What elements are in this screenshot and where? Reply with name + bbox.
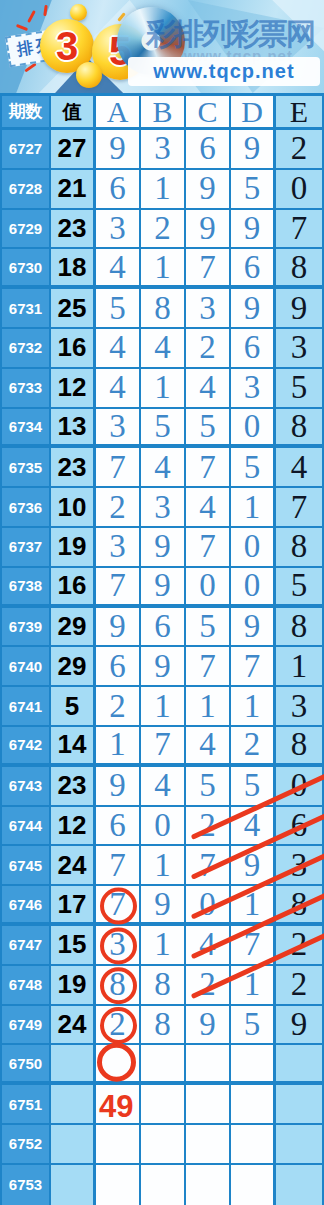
value-cell: 27 bbox=[51, 130, 96, 168]
digit-cell-e: 2 bbox=[276, 966, 322, 1004]
digit-cell-c: 7 bbox=[186, 448, 231, 486]
digit-cell-d: 7 bbox=[231, 647, 276, 685]
digit-cell-b bbox=[141, 1045, 186, 1081]
digit-cell-c: 2 bbox=[186, 966, 231, 1004]
period-cell: 6740 bbox=[2, 647, 51, 685]
digit-cell-d: 9 bbox=[231, 210, 276, 248]
digit-cell-a: 3 bbox=[96, 528, 141, 566]
digit-cell-d bbox=[231, 1165, 276, 1205]
digit-cell-c bbox=[186, 1085, 231, 1123]
trend-table: 期数值ABCDE67272793692672821619506729233299… bbox=[0, 93, 324, 1205]
table-row: 6741521113 bbox=[2, 687, 322, 727]
period-cell: 6752 bbox=[2, 1125, 51, 1163]
col-header-c: C bbox=[186, 96, 231, 127]
period-cell: 6738 bbox=[2, 568, 51, 604]
digit-cell-c: 2 bbox=[186, 807, 231, 845]
digit-cell-e bbox=[276, 1045, 322, 1081]
digit-cell-c: 9 bbox=[186, 1006, 231, 1044]
digit-cell-a bbox=[96, 1125, 141, 1163]
digit-cell-b: 4 bbox=[141, 767, 186, 805]
lottery-ball-icon bbox=[76, 62, 102, 88]
digit-cell-b: 1 bbox=[141, 249, 186, 285]
digit-cell-a: 7 bbox=[96, 568, 141, 604]
digit-cell-d: 4 bbox=[231, 807, 276, 845]
period-cell: 6751 bbox=[2, 1085, 51, 1123]
period-cell: 6753 bbox=[2, 1165, 51, 1205]
digit-cell-c: 4 bbox=[186, 727, 231, 763]
table-row: 67312558399 bbox=[2, 289, 322, 329]
digit-cell-a: 2 bbox=[96, 687, 141, 725]
digit-cell-c bbox=[186, 1165, 231, 1205]
digit-cell-b: 3 bbox=[141, 130, 186, 168]
period-cell: 6734 bbox=[2, 409, 51, 445]
digit-cell-e: 3 bbox=[276, 846, 322, 884]
digit-cell-e: 7 bbox=[276, 210, 322, 248]
digit-cell-d: 1 bbox=[231, 966, 276, 1004]
digit-cell-b: 3 bbox=[141, 488, 186, 526]
digit-cell-b: 4 bbox=[141, 448, 186, 486]
digit-cell-c: 3 bbox=[186, 289, 231, 327]
period-cell: 6728 bbox=[2, 170, 51, 208]
value-cell: 18 bbox=[51, 249, 96, 285]
digit-cell-d: 7 bbox=[231, 926, 276, 964]
digit-cell-d: 5 bbox=[231, 170, 276, 208]
digit-cell-a bbox=[96, 1085, 141, 1123]
digit-cell-a bbox=[96, 1165, 141, 1205]
period-cell: 6744 bbox=[2, 807, 51, 845]
table-row: 67381679005 bbox=[2, 568, 322, 608]
digit-cell-d: 5 bbox=[231, 767, 276, 805]
period-cell: 6743 bbox=[2, 767, 51, 805]
value-cell bbox=[51, 1045, 96, 1081]
digit-cell-e: 8 bbox=[276, 608, 322, 646]
table-row: 67461779018 bbox=[2, 886, 322, 926]
digit-cell-e: 0 bbox=[276, 767, 322, 805]
digit-cell-b: 8 bbox=[141, 966, 186, 1004]
digit-cell-d: 6 bbox=[231, 249, 276, 285]
table-row: 67432394550 bbox=[2, 767, 322, 807]
period-cell: 6747 bbox=[2, 926, 51, 964]
period-cell: 6730 bbox=[2, 249, 51, 285]
digit-cell-c: 5 bbox=[186, 767, 231, 805]
table-row: 6750 bbox=[2, 1045, 322, 1085]
digit-cell-e: 3 bbox=[276, 329, 322, 367]
period-cell: 6750 bbox=[2, 1045, 51, 1081]
digit-cell-e: 9 bbox=[276, 289, 322, 327]
value-cell bbox=[51, 1165, 96, 1205]
digit-cell-e bbox=[276, 1085, 322, 1123]
digit-cell-a: 7 bbox=[96, 886, 141, 922]
digit-cell-c: 5 bbox=[186, 608, 231, 646]
table-row: 67481988212 bbox=[2, 966, 322, 1006]
site-url-text: www.tqcp.net bbox=[153, 60, 294, 83]
digit-cell-d bbox=[231, 1125, 276, 1163]
digit-cell-d: 9 bbox=[231, 608, 276, 646]
digit-cell-e: 8 bbox=[276, 249, 322, 285]
value-cell: 13 bbox=[51, 409, 96, 445]
value-cell: 5 bbox=[51, 687, 96, 725]
digit-cell-e: 2 bbox=[276, 926, 322, 964]
digit-cell-d bbox=[231, 1045, 276, 1081]
lottery-trend-chart: 排列 3 5 彩排列彩票网 www.tqcp.net www.tqcp.net … bbox=[0, 0, 324, 1205]
table-row: 67371939708 bbox=[2, 528, 322, 568]
table-row: 67402969771 bbox=[2, 647, 322, 687]
digit-cell-e: 4 bbox=[276, 448, 322, 486]
table-row: 67341335508 bbox=[2, 409, 322, 449]
col-header-period: 期数 bbox=[2, 96, 51, 127]
digit-cell-c: 7 bbox=[186, 249, 231, 285]
value-cell: 29 bbox=[51, 608, 96, 646]
digit-cell-c: 9 bbox=[186, 170, 231, 208]
col-header-e: E bbox=[276, 96, 322, 127]
digit-cell-a: 3 bbox=[96, 926, 141, 964]
digit-cell-d: 1 bbox=[231, 488, 276, 526]
digit-cell-d: 6 bbox=[231, 329, 276, 367]
digit-cell-b: 1 bbox=[141, 369, 186, 407]
period-cell: 6731 bbox=[2, 289, 51, 327]
digit-cell-e: 6 bbox=[276, 807, 322, 845]
digit-cell-c: 7 bbox=[186, 528, 231, 566]
digit-cell-d: 5 bbox=[231, 1006, 276, 1044]
digit-cell-e bbox=[276, 1125, 322, 1163]
digit-cell-b bbox=[141, 1085, 186, 1123]
digit-cell-d: 1 bbox=[231, 886, 276, 922]
digit-cell-c: 4 bbox=[186, 488, 231, 526]
digit-cell-b: 9 bbox=[141, 886, 186, 922]
digit-cell-a: 8 bbox=[96, 966, 141, 1004]
table-row: 6752 bbox=[2, 1125, 322, 1165]
digit-cell-e: 9 bbox=[276, 1006, 322, 1044]
digit-cell-b: 0 bbox=[141, 807, 186, 845]
value-cell: 21 bbox=[51, 170, 96, 208]
digit-cell-b bbox=[141, 1165, 186, 1205]
digit-cell-d: 5 bbox=[231, 448, 276, 486]
col-header-value: 值 bbox=[51, 96, 96, 127]
table-row: 6753 bbox=[2, 1165, 322, 1205]
digit-cell-b: 1 bbox=[141, 170, 186, 208]
col-header-b: B bbox=[141, 96, 186, 127]
table-row: 6751 bbox=[2, 1085, 322, 1125]
digit-cell-a: 6 bbox=[96, 647, 141, 685]
digit-cell-e: 8 bbox=[276, 409, 322, 445]
digit-cell-a: 1 bbox=[96, 727, 141, 763]
table-row: 67421417428 bbox=[2, 727, 322, 767]
digit-cell-a: 9 bbox=[96, 608, 141, 646]
digit-cell-e: 8 bbox=[276, 528, 322, 566]
digit-cell-a: 9 bbox=[96, 130, 141, 168]
value-cell: 24 bbox=[51, 846, 96, 884]
value-cell: 23 bbox=[51, 767, 96, 805]
digit-cell-c: 2 bbox=[186, 329, 231, 367]
table-row: 67492428959 bbox=[2, 1006, 322, 1046]
value-cell: 23 bbox=[51, 448, 96, 486]
value-cell: 17 bbox=[51, 886, 96, 922]
digit-cell-a: 2 bbox=[96, 1006, 141, 1044]
digit-cell-a: 4 bbox=[96, 329, 141, 367]
value-cell: 29 bbox=[51, 647, 96, 685]
digit-cell-e: 0 bbox=[276, 170, 322, 208]
digit-cell-d: 0 bbox=[231, 528, 276, 566]
value-cell: 23 bbox=[51, 210, 96, 248]
col-header-a: A bbox=[96, 96, 141, 127]
site-url-box: www.tqcp.net bbox=[128, 57, 320, 86]
period-cell: 6745 bbox=[2, 846, 51, 884]
digit-cell-d: 0 bbox=[231, 568, 276, 604]
period-cell: 6737 bbox=[2, 528, 51, 566]
digit-cell-c bbox=[186, 1045, 231, 1081]
digit-cell-a: 6 bbox=[96, 807, 141, 845]
table-row: 67392996598 bbox=[2, 608, 322, 648]
digit-cell-d: 1 bbox=[231, 687, 276, 725]
digit-cell-b: 1 bbox=[141, 687, 186, 725]
digit-cell-b: 7 bbox=[141, 727, 186, 763]
digit-cell-b: 9 bbox=[141, 528, 186, 566]
digit-cell-c: 6 bbox=[186, 130, 231, 168]
period-cell: 6746 bbox=[2, 886, 51, 922]
period-cell: 6729 bbox=[2, 210, 51, 248]
digit-cell-c: 7 bbox=[186, 846, 231, 884]
value-cell: 12 bbox=[51, 807, 96, 845]
table-row: 67441260246 bbox=[2, 807, 322, 847]
digit-cell-e: 2 bbox=[276, 130, 322, 168]
digit-cell-b: 9 bbox=[141, 647, 186, 685]
period-cell: 6733 bbox=[2, 369, 51, 407]
period-cell: 6736 bbox=[2, 488, 51, 526]
digit-cell-d bbox=[231, 1085, 276, 1123]
digit-cell-b: 5 bbox=[141, 409, 186, 445]
digit-cell-c bbox=[186, 1125, 231, 1163]
digit-cell-c: 4 bbox=[186, 369, 231, 407]
digit-cell-b: 2 bbox=[141, 210, 186, 248]
digit-cell-c: 4 bbox=[186, 926, 231, 964]
digit-cell-a: 9 bbox=[96, 767, 141, 805]
value-cell: 19 bbox=[51, 966, 96, 1004]
digit-cell-e: 8 bbox=[276, 886, 322, 922]
period-cell: 6727 bbox=[2, 130, 51, 168]
digit-cell-e: 5 bbox=[276, 369, 322, 407]
digit-cell-b: 1 bbox=[141, 926, 186, 964]
digit-cell-c: 5 bbox=[186, 409, 231, 445]
digit-cell-c: 7 bbox=[186, 647, 231, 685]
digit-cell-a bbox=[96, 1045, 141, 1081]
digit-cell-b: 6 bbox=[141, 608, 186, 646]
value-cell: 14 bbox=[51, 727, 96, 763]
digit-cell-a: 6 bbox=[96, 170, 141, 208]
table-row: 67452471793 bbox=[2, 846, 322, 886]
period-cell: 6742 bbox=[2, 727, 51, 763]
value-cell: 19 bbox=[51, 528, 96, 566]
digit-cell-a: 4 bbox=[96, 249, 141, 285]
digit-cell-a: 4 bbox=[96, 369, 141, 407]
digit-cell-d: 9 bbox=[231, 846, 276, 884]
value-cell: 16 bbox=[51, 329, 96, 367]
value-cell: 25 bbox=[51, 289, 96, 327]
period-cell: 6741 bbox=[2, 687, 51, 725]
digit-cell-a: 7 bbox=[96, 448, 141, 486]
digit-cell-d: 2 bbox=[231, 727, 276, 763]
digit-cell-b: 8 bbox=[141, 289, 186, 327]
table-row: 67331241435 bbox=[2, 369, 322, 409]
table-row: 67282161950 bbox=[2, 170, 322, 210]
digit-cell-e: 7 bbox=[276, 488, 322, 526]
digit-cell-a: 5 bbox=[96, 289, 141, 327]
digit-cell-c: 0 bbox=[186, 886, 231, 922]
period-cell: 6749 bbox=[2, 1006, 51, 1044]
table-row: 67272793692 bbox=[2, 130, 322, 170]
digit-cell-e: 8 bbox=[276, 727, 322, 763]
table-row: 67352374754 bbox=[2, 448, 322, 488]
digit-cell-e: 5 bbox=[276, 568, 322, 604]
table-row: 67292332997 bbox=[2, 210, 322, 250]
digit-cell-b: 9 bbox=[141, 568, 186, 604]
header-banner: 排列 3 5 彩排列彩票网 www.tqcp.net www.tqcp.net bbox=[0, 0, 324, 93]
digit-cell-a: 3 bbox=[96, 409, 141, 445]
digit-cell-b bbox=[141, 1125, 186, 1163]
digit-cell-c: 0 bbox=[186, 568, 231, 604]
digit-cell-d: 3 bbox=[231, 369, 276, 407]
digit-cell-d: 9 bbox=[231, 289, 276, 327]
value-cell: 24 bbox=[51, 1006, 96, 1044]
digit-cell-a: 2 bbox=[96, 488, 141, 526]
value-cell: 15 bbox=[51, 926, 96, 964]
digit-cell-e: 3 bbox=[276, 687, 322, 725]
period-cell: 6732 bbox=[2, 329, 51, 367]
digit-cell-d: 0 bbox=[231, 409, 276, 445]
period-cell: 6748 bbox=[2, 966, 51, 1004]
digit-cell-b: 8 bbox=[141, 1006, 186, 1044]
digit-cell-a: 7 bbox=[96, 846, 141, 884]
table-row: 67321644263 bbox=[2, 329, 322, 369]
digit-cell-d: 9 bbox=[231, 130, 276, 168]
period-cell: 6739 bbox=[2, 608, 51, 646]
digit-cell-a: 3 bbox=[96, 210, 141, 248]
digit-cell-c: 9 bbox=[186, 210, 231, 248]
period-cell: 6735 bbox=[2, 448, 51, 486]
value-cell bbox=[51, 1125, 96, 1163]
digit-cell-e: 1 bbox=[276, 647, 322, 685]
value-cell: 16 bbox=[51, 568, 96, 604]
table-row: 67361023417 bbox=[2, 488, 322, 528]
digit-cell-b: 1 bbox=[141, 846, 186, 884]
value-cell: 12 bbox=[51, 369, 96, 407]
value-cell: 10 bbox=[51, 488, 96, 526]
table-header-row: 期数值ABCDE bbox=[2, 96, 322, 130]
table-row: 67471531472 bbox=[2, 926, 322, 966]
value-cell bbox=[51, 1085, 96, 1123]
digit-cell-c: 1 bbox=[186, 687, 231, 725]
table-row: 67301841768 bbox=[2, 249, 322, 289]
col-header-d: D bbox=[231, 96, 276, 127]
digit-cell-b: 4 bbox=[141, 329, 186, 367]
digit-cell-e bbox=[276, 1165, 322, 1205]
